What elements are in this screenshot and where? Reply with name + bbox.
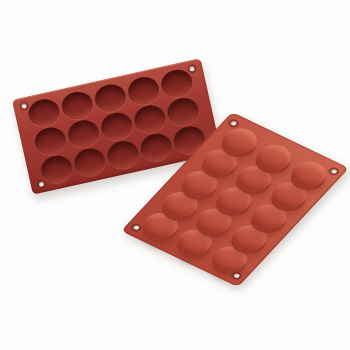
mold-cavity (158, 67, 194, 100)
mold-cavity (132, 103, 168, 136)
mold-cavity (33, 125, 69, 158)
mold-cavity (165, 95, 201, 128)
mold-cavity (138, 131, 174, 164)
mold-cavity (99, 110, 135, 143)
mold-cavity (92, 82, 128, 115)
mold-cavity (105, 138, 141, 171)
mold-cavity (39, 153, 75, 186)
mold-cavity (125, 74, 161, 107)
mold-cavity (59, 89, 95, 122)
mold-cavity (66, 117, 102, 150)
product-photo-silicone-molds (0, 0, 350, 350)
mold-cavity (26, 96, 62, 129)
mold-cavity (72, 146, 108, 179)
